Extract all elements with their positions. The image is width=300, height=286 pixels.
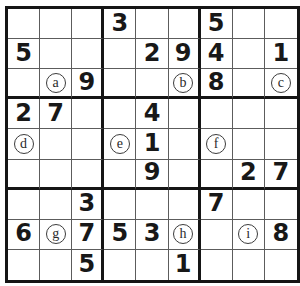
circled-letter-d: d: [14, 134, 34, 154]
cell-r9c8[interactable]: [233, 250, 265, 280]
cell-r4c3[interactable]: [72, 99, 104, 129]
given-digit: 7: [273, 160, 290, 184]
cell-r7c5[interactable]: [136, 190, 168, 220]
cell-r6c1[interactable]: [8, 160, 40, 190]
given-digit: 8: [208, 70, 225, 94]
cell-r1c1[interactable]: [8, 9, 40, 39]
cell-r5c3[interactable]: [72, 129, 104, 159]
cell-r1c7[interactable]: 5: [201, 9, 233, 39]
cell-r2c5[interactable]: 2: [136, 39, 168, 69]
cell-r8c2[interactable]: g: [40, 220, 72, 250]
cell-r7c2[interactable]: [40, 190, 72, 220]
circled-letter-e: e: [110, 134, 130, 154]
given-digit: 9: [144, 160, 161, 184]
cell-r7c3[interactable]: 3: [72, 190, 104, 220]
given-digit: 7: [47, 101, 64, 125]
circled-letter-c: c: [271, 73, 291, 93]
given-digit: 5: [208, 11, 225, 35]
cell-r8c3[interactable]: 7: [72, 220, 104, 250]
cell-r6c9[interactable]: 7: [265, 160, 297, 190]
cell-r6c5[interactable]: 9: [136, 160, 168, 190]
given-digit: 1: [273, 41, 290, 65]
cell-r3c2[interactable]: a: [40, 69, 72, 99]
cell-r3c3[interactable]: 9: [72, 69, 104, 99]
cell-r4c6[interactable]: [169, 99, 201, 129]
cell-r5c2[interactable]: [40, 129, 72, 159]
given-digit: 1: [144, 131, 161, 155]
cell-r9c6[interactable]: 1: [169, 250, 201, 280]
given-digit: 6: [15, 221, 32, 245]
given-digit: 3: [144, 221, 161, 245]
cell-r2c3[interactable]: [72, 39, 104, 69]
cell-r3c1[interactable]: [8, 69, 40, 99]
cell-r4c2[interactable]: 7: [40, 99, 72, 129]
cell-r3c7[interactable]: 8: [201, 69, 233, 99]
cell-r2c7[interactable]: 4: [201, 39, 233, 69]
cell-r9c9[interactable]: [265, 250, 297, 280]
given-digit: 4: [208, 41, 225, 65]
cell-r2c6[interactable]: 9: [169, 39, 201, 69]
given-digit: 9: [175, 41, 192, 65]
circled-letter-h: h: [173, 224, 193, 244]
circled-letter-i: i: [238, 224, 258, 244]
cell-r1c9[interactable]: [265, 9, 297, 39]
cell-r7c8[interactable]: [233, 190, 265, 220]
cell-r4c9[interactable]: [265, 99, 297, 129]
cell-r5c8[interactable]: [233, 129, 265, 159]
cell-r3c4[interactable]: [104, 69, 136, 99]
cell-r8c9[interactable]: 8: [265, 220, 297, 250]
given-digit: 3: [78, 191, 95, 215]
cell-r2c2[interactable]: [40, 39, 72, 69]
cell-r4c5[interactable]: 4: [136, 99, 168, 129]
cell-r5c4[interactable]: e: [104, 129, 136, 159]
cell-r6c2[interactable]: [40, 160, 72, 190]
cell-r2c4[interactable]: [104, 39, 136, 69]
cell-r7c9[interactable]: [265, 190, 297, 220]
cell-r1c5[interactable]: [136, 9, 168, 39]
cell-r1c6[interactable]: [169, 9, 201, 39]
cell-r8c5[interactable]: 3: [136, 220, 168, 250]
cell-r8c8[interactable]: i: [233, 220, 265, 250]
given-digit: 4: [144, 101, 161, 125]
cell-r9c1[interactable]: [8, 250, 40, 280]
cell-r9c5[interactable]: [136, 250, 168, 280]
given-digit: 1: [175, 252, 192, 276]
given-digit: 9: [78, 70, 95, 94]
cell-r3c8[interactable]: [233, 69, 265, 99]
cell-r6c6[interactable]: [169, 160, 201, 190]
cell-r6c3[interactable]: [72, 160, 104, 190]
cell-r5c6[interactable]: [169, 129, 201, 159]
cell-r5c5[interactable]: 1: [136, 129, 168, 159]
cell-r4c8[interactable]: [233, 99, 265, 129]
cell-r2c9[interactable]: 1: [265, 39, 297, 69]
cell-r9c2[interactable]: [40, 250, 72, 280]
cell-r8c6[interactable]: h: [169, 220, 201, 250]
cell-r1c4[interactable]: 3: [104, 9, 136, 39]
cell-r4c4[interactable]: [104, 99, 136, 129]
cell-r9c3[interactable]: 5: [72, 250, 104, 280]
circled-letter-a: a: [46, 73, 66, 93]
cell-r3c5[interactable]: [136, 69, 168, 99]
given-digit: 2: [240, 160, 257, 184]
cell-r2c8[interactable]: [233, 39, 265, 69]
cell-r2c1[interactable]: 5: [8, 39, 40, 69]
given-digit: 3: [112, 11, 129, 35]
cell-r5c1[interactable]: d: [8, 129, 40, 159]
sudoku-board: 3552941a9b8c274de1f927376g753hi851: [5, 6, 300, 283]
cell-r8c4[interactable]: 5: [104, 220, 136, 250]
cell-r1c2[interactable]: [40, 9, 72, 39]
given-digit: 7: [208, 191, 225, 215]
cell-r4c1[interactable]: 2: [8, 99, 40, 129]
cell-r3c6[interactable]: b: [169, 69, 201, 99]
cell-r7c7[interactable]: 7: [201, 190, 233, 220]
given-digit: 5: [15, 41, 32, 65]
given-digit: 8: [273, 221, 290, 245]
circled-letter-f: f: [206, 134, 226, 154]
circled-letter-g: g: [46, 224, 66, 244]
cell-r1c8[interactable]: [233, 9, 265, 39]
cell-r5c7[interactable]: f: [201, 129, 233, 159]
sudoku-page: 3552941a9b8c274de1f927376g753hi851: [0, 0, 300, 286]
cell-r1c3[interactable]: [72, 9, 104, 39]
circled-letter-b: b: [173, 73, 193, 93]
cell-r6c4[interactable]: [104, 160, 136, 190]
cell-r7c6[interactable]: [169, 190, 201, 220]
cell-r9c4[interactable]: [104, 250, 136, 280]
given-digit: 2: [144, 41, 161, 65]
cell-r6c7[interactable]: [201, 160, 233, 190]
cell-r8c1[interactable]: 6: [8, 220, 40, 250]
cell-r6c8[interactable]: 2: [233, 160, 265, 190]
cell-r5c9[interactable]: [265, 129, 297, 159]
cell-r8c7[interactable]: [201, 220, 233, 250]
given-digit: 5: [112, 221, 129, 245]
cell-r7c1[interactable]: [8, 190, 40, 220]
given-digit: 7: [78, 221, 95, 245]
given-digit: 5: [78, 252, 95, 276]
cell-r7c4[interactable]: [104, 190, 136, 220]
given-digit: 2: [15, 101, 32, 125]
cell-r4c7[interactable]: [201, 99, 233, 129]
cell-r3c9[interactable]: c: [265, 69, 297, 99]
cell-r9c7[interactable]: [201, 250, 233, 280]
